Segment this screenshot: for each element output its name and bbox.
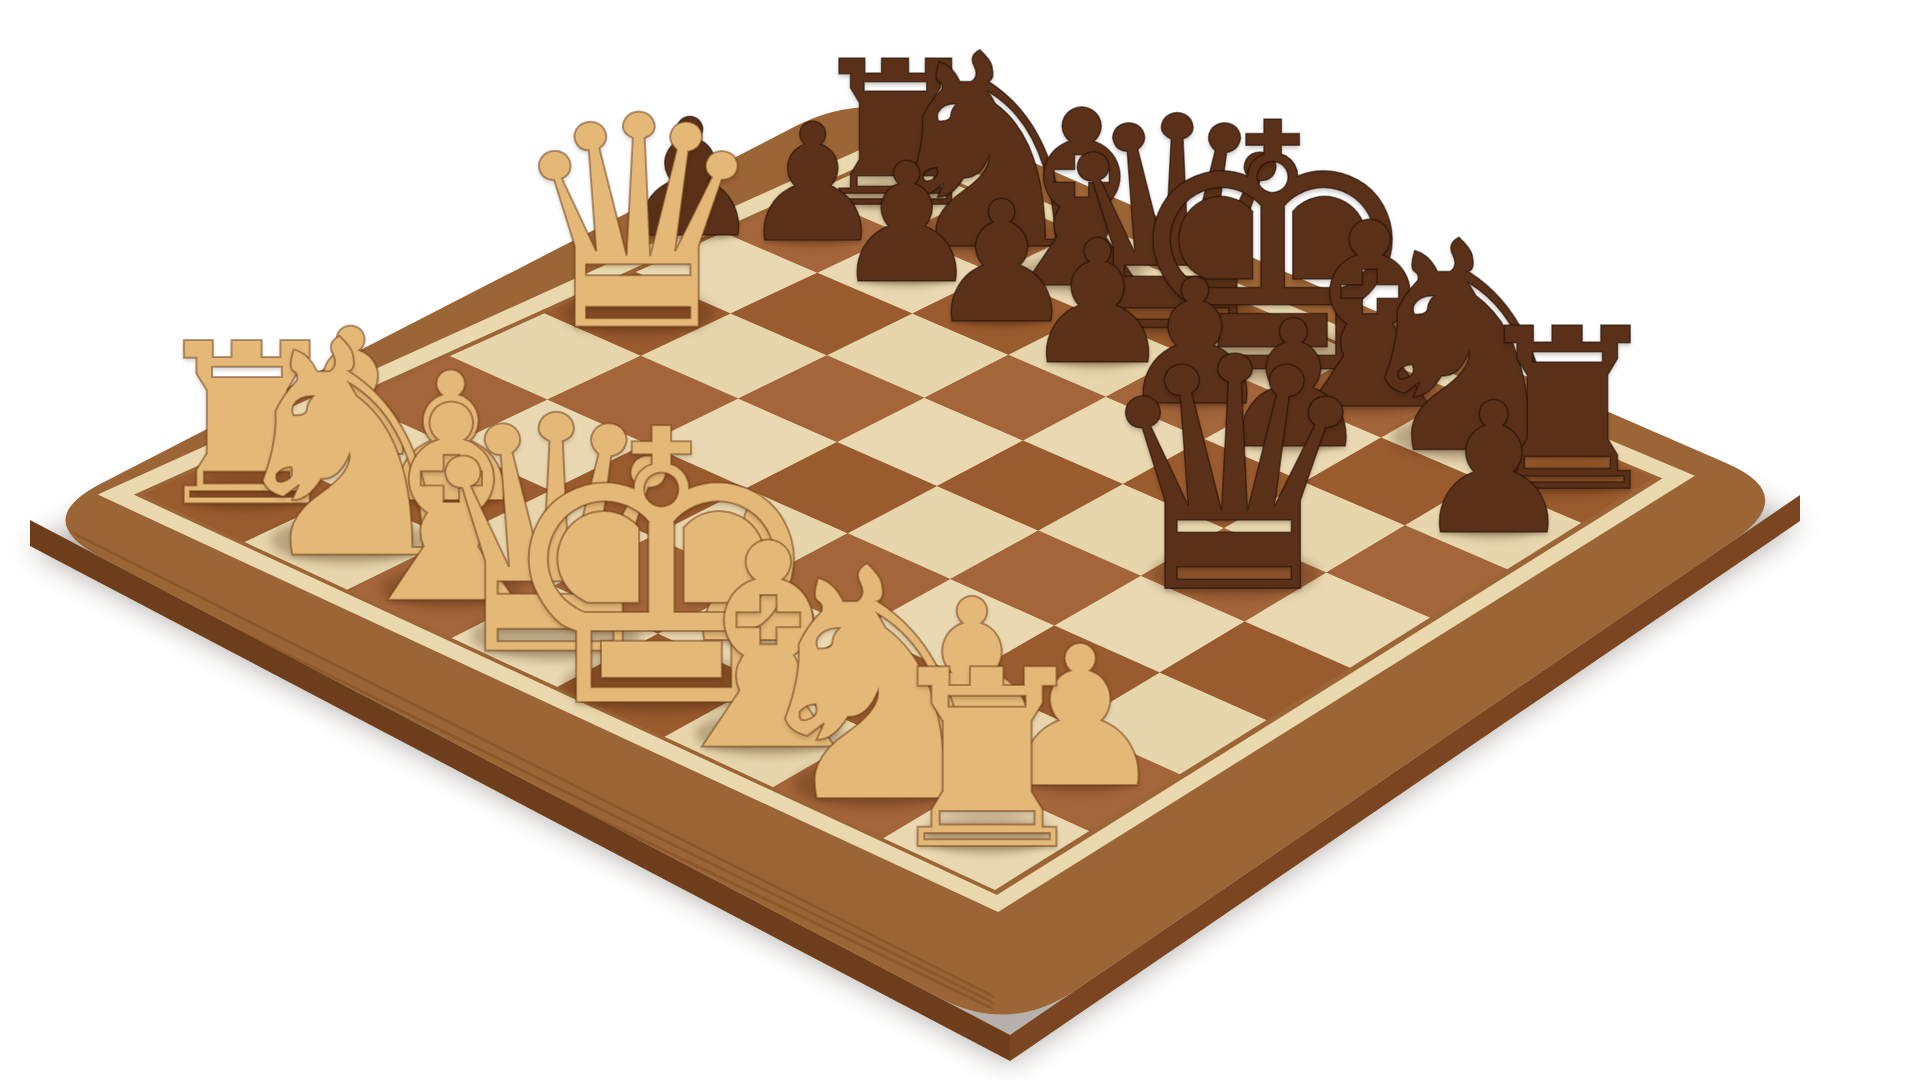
white-queen-a5[interactable]: ♛ bbox=[506, 78, 770, 372]
chess-photo-stage: ♜♟♞♟♝♛♟♛♚♟♝♟♞♟♟♜♟♜♟♞♛♝♟♛♚♟♝♟♞♜♟ bbox=[0, 0, 1920, 1080]
black-queen-g5[interactable]: ♛ bbox=[1090, 316, 1379, 638]
black-pawn-h7[interactable]: ♟ bbox=[1412, 379, 1575, 560]
white-rook-h1[interactable]: ♜ bbox=[876, 637, 1097, 884]
